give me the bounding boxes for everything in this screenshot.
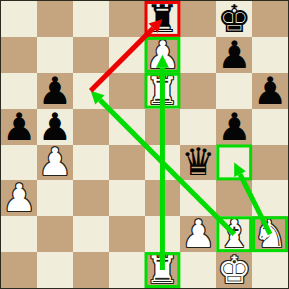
square-b1[interactable] — [37, 252, 73, 288]
square-b2[interactable] — [37, 216, 73, 252]
piece-b6-black-pawn[interactable]: ♟ — [38, 72, 72, 110]
square-h8[interactable] — [252, 1, 288, 37]
square-h2[interactable]: ♞ — [252, 216, 288, 252]
square-g7[interactable]: ♟ — [216, 37, 252, 73]
square-d5[interactable] — [109, 109, 145, 145]
piece-b4-white-pawn[interactable]: ♟ — [38, 143, 72, 181]
square-d8[interactable] — [109, 1, 145, 37]
square-c6[interactable] — [73, 73, 109, 109]
square-c3[interactable] — [73, 180, 109, 216]
square-e8[interactable]: ♜ — [145, 1, 181, 37]
square-c7[interactable] — [73, 37, 109, 73]
square-c1[interactable] — [73, 252, 109, 288]
board-frame: ♜♚♟♟♟♜♟♟♟♟♟♛♟♟♝♞♜♚ — [0, 0, 289, 289]
square-e2[interactable] — [145, 216, 181, 252]
square-h1[interactable] — [252, 252, 288, 288]
piece-a5-black-pawn[interactable]: ♟ — [2, 108, 36, 146]
square-c4[interactable] — [73, 145, 109, 181]
square-b7[interactable] — [37, 37, 73, 73]
square-e5[interactable] — [145, 109, 181, 145]
square-g5[interactable]: ♟ — [216, 109, 252, 145]
square-a6[interactable] — [1, 73, 37, 109]
square-b4[interactable]: ♟ — [37, 145, 73, 181]
square-c5[interactable] — [73, 109, 109, 145]
square-e7[interactable]: ♟ — [145, 37, 181, 73]
square-h7[interactable] — [252, 37, 288, 73]
square-c2[interactable] — [73, 216, 109, 252]
square-a4[interactable] — [1, 145, 37, 181]
square-f8[interactable] — [180, 1, 216, 37]
square-h6[interactable]: ♟ — [252, 73, 288, 109]
square-f3[interactable] — [180, 180, 216, 216]
square-a5[interactable]: ♟ — [1, 109, 37, 145]
square-f7[interactable] — [180, 37, 216, 73]
square-d4[interactable] — [109, 145, 145, 181]
square-e4[interactable] — [145, 145, 181, 181]
square-h5[interactable] — [252, 109, 288, 145]
square-d1[interactable] — [109, 252, 145, 288]
square-f1[interactable] — [180, 252, 216, 288]
square-b8[interactable] — [37, 1, 73, 37]
square-h4[interactable] — [252, 145, 288, 181]
square-f6[interactable] — [180, 73, 216, 109]
square-b3[interactable] — [37, 180, 73, 216]
square-e6[interactable]: ♜ — [145, 73, 181, 109]
square-c8[interactable] — [73, 1, 109, 37]
square-d6[interactable] — [109, 73, 145, 109]
square-a2[interactable] — [1, 216, 37, 252]
piece-a3-white-pawn[interactable]: ♟ — [2, 179, 36, 217]
square-g2[interactable]: ♝ — [216, 216, 252, 252]
piece-h6-black-pawn[interactable]: ♟ — [253, 72, 287, 110]
square-g4[interactable] — [216, 145, 252, 181]
square-f5[interactable] — [180, 109, 216, 145]
square-f4[interactable]: ♛ — [180, 145, 216, 181]
square-g1[interactable]: ♚ — [216, 252, 252, 288]
square-e1[interactable]: ♜ — [145, 252, 181, 288]
square-g6[interactable] — [216, 73, 252, 109]
square-d2[interactable] — [109, 216, 145, 252]
square-h3[interactable] — [252, 180, 288, 216]
piece-g7-black-pawn[interactable]: ♟ — [217, 36, 251, 74]
square-a3[interactable]: ♟ — [1, 180, 37, 216]
piece-e1-white-rook[interactable]: ♜ — [145, 251, 179, 289]
chess-board: ♜♚♟♟♟♜♟♟♟♟♟♛♟♟♝♞♜♚ — [1, 1, 288, 288]
square-d7[interactable] — [109, 37, 145, 73]
square-b6[interactable]: ♟ — [37, 73, 73, 109]
piece-f4-black-queen[interactable]: ♛ — [181, 143, 215, 181]
piece-f2-white-pawn[interactable]: ♟ — [181, 215, 215, 253]
square-g3[interactable] — [216, 180, 252, 216]
square-a1[interactable] — [1, 252, 37, 288]
square-a7[interactable] — [1, 37, 37, 73]
piece-e6-white-rook[interactable]: ♜ — [145, 72, 179, 110]
piece-g5-black-pawn[interactable]: ♟ — [217, 108, 251, 146]
square-g8[interactable]: ♚ — [216, 1, 252, 37]
piece-g1-white-king[interactable]: ♚ — [217, 251, 251, 289]
square-b5[interactable]: ♟ — [37, 109, 73, 145]
square-a8[interactable] — [1, 1, 37, 37]
square-e3[interactable] — [145, 180, 181, 216]
square-f2[interactable]: ♟ — [180, 216, 216, 252]
square-d3[interactable] — [109, 180, 145, 216]
piece-h2-white-knight[interactable]: ♞ — [253, 215, 287, 253]
